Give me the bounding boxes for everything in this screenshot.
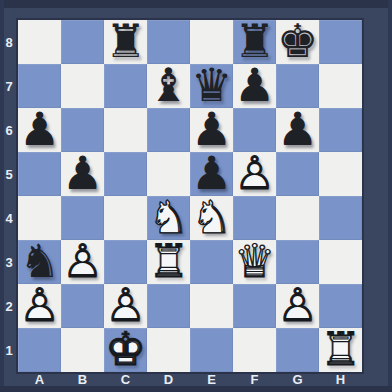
white-queen[interactable]: ♛♕ <box>233 240 276 284</box>
square-b8[interactable] <box>61 20 104 64</box>
white-king[interactable]: ♚♔ <box>104 328 147 372</box>
square-h4[interactable] <box>319 196 362 240</box>
square-f7[interactable]: ♟ <box>233 64 276 108</box>
white-rook[interactable]: ♜♖ <box>147 240 190 284</box>
white-rook[interactable]: ♜♖ <box>319 328 362 372</box>
square-f1[interactable] <box>233 328 276 372</box>
square-h7[interactable] <box>319 64 362 108</box>
square-b7[interactable] <box>61 64 104 108</box>
file-label-e: E <box>190 372 233 387</box>
file-label-g: G <box>276 372 319 387</box>
file-label-c: C <box>104 372 147 387</box>
square-d3[interactable]: ♜♖ <box>147 240 190 284</box>
file-label-d: D <box>147 372 190 387</box>
square-a1[interactable] <box>18 328 61 372</box>
white-pawn[interactable]: ♟♙ <box>104 284 147 328</box>
square-e4[interactable]: ♞♘ <box>190 196 233 240</box>
rank-label-3: 3 <box>0 240 18 284</box>
square-b6[interactable] <box>61 108 104 152</box>
square-f3[interactable]: ♛♕ <box>233 240 276 284</box>
file-label-a: A <box>18 372 61 387</box>
rank-label-2: 2 <box>0 284 18 328</box>
square-g4[interactable] <box>276 196 319 240</box>
square-d6[interactable] <box>147 108 190 152</box>
white-pawn[interactable]: ♟♙ <box>61 240 104 284</box>
chess-app-window: ♜♜♚♝♛♟♟♟♟♟♟♟♙♞♘♞♘♞♟♙♜♖♛♕♟♙♟♙♟♙♚♔♜♖ 87654… <box>0 0 392 392</box>
frame-bottom-edge <box>0 386 392 392</box>
rank-label-8: 8 <box>0 20 18 64</box>
square-c6[interactable] <box>104 108 147 152</box>
square-g8[interactable]: ♚ <box>276 20 319 64</box>
square-b3[interactable]: ♟♙ <box>61 240 104 284</box>
square-b2[interactable] <box>61 284 104 328</box>
square-h1[interactable]: ♜♖ <box>319 328 362 372</box>
square-d1[interactable] <box>147 328 190 372</box>
square-b5[interactable]: ♟ <box>61 152 104 196</box>
square-b4[interactable] <box>61 196 104 240</box>
square-h2[interactable] <box>319 284 362 328</box>
rank-label-4: 4 <box>0 196 18 240</box>
black-pawn[interactable]: ♟ <box>61 152 104 196</box>
square-c4[interactable] <box>104 196 147 240</box>
square-d5[interactable] <box>147 152 190 196</box>
black-pawn[interactable]: ♟ <box>18 108 61 152</box>
square-g7[interactable] <box>276 64 319 108</box>
square-f2[interactable] <box>233 284 276 328</box>
square-g3[interactable] <box>276 240 319 284</box>
square-a6[interactable]: ♟ <box>18 108 61 152</box>
square-d2[interactable] <box>147 284 190 328</box>
black-pawn[interactable]: ♟ <box>276 108 319 152</box>
black-rook[interactable]: ♜ <box>233 20 276 64</box>
square-e8[interactable] <box>190 20 233 64</box>
square-c3[interactable] <box>104 240 147 284</box>
square-f4[interactable] <box>233 196 276 240</box>
square-a8[interactable] <box>18 20 61 64</box>
file-labels: ABCDEFGH <box>18 372 362 386</box>
square-g6[interactable]: ♟ <box>276 108 319 152</box>
chess-board[interactable]: ♜♜♚♝♛♟♟♟♟♟♟♟♙♞♘♞♘♞♟♙♜♖♛♕♟♙♟♙♟♙♚♔♜♖ <box>18 20 362 372</box>
square-e1[interactable] <box>190 328 233 372</box>
square-d8[interactable] <box>147 20 190 64</box>
file-label-h: H <box>319 372 362 387</box>
white-pawn[interactable]: ♟♙ <box>233 152 276 196</box>
black-pawn[interactable]: ♟ <box>233 64 276 108</box>
white-knight[interactable]: ♞♘ <box>147 196 190 240</box>
black-king[interactable]: ♚ <box>276 20 319 64</box>
square-b1[interactable] <box>61 328 104 372</box>
black-queen[interactable]: ♛ <box>190 64 233 108</box>
rank-label-5: 5 <box>0 152 18 196</box>
square-c2[interactable]: ♟♙ <box>104 284 147 328</box>
white-knight[interactable]: ♞♘ <box>190 196 233 240</box>
white-pawn[interactable]: ♟♙ <box>18 284 61 328</box>
square-d4[interactable]: ♞♘ <box>147 196 190 240</box>
square-a4[interactable] <box>18 196 61 240</box>
black-rook[interactable]: ♜ <box>104 20 147 64</box>
file-label-b: B <box>61 372 104 387</box>
square-a5[interactable] <box>18 152 61 196</box>
square-c8[interactable]: ♜ <box>104 20 147 64</box>
square-e2[interactable] <box>190 284 233 328</box>
rank-labels: 87654321 <box>0 20 18 372</box>
square-f8[interactable]: ♜ <box>233 20 276 64</box>
square-e6[interactable]: ♟ <box>190 108 233 152</box>
square-g1[interactable] <box>276 328 319 372</box>
square-g2[interactable]: ♟♙ <box>276 284 319 328</box>
square-e5[interactable]: ♟ <box>190 152 233 196</box>
square-a2[interactable]: ♟♙ <box>18 284 61 328</box>
rank-label-7: 7 <box>0 64 18 108</box>
black-knight[interactable]: ♞ <box>18 240 61 284</box>
square-a7[interactable] <box>18 64 61 108</box>
square-c1[interactable]: ♚♔ <box>104 328 147 372</box>
white-pawn[interactable]: ♟♙ <box>276 284 319 328</box>
black-bishop[interactable]: ♝ <box>147 64 190 108</box>
square-c5[interactable] <box>104 152 147 196</box>
rank-label-1: 1 <box>0 328 18 372</box>
black-pawn[interactable]: ♟ <box>190 152 233 196</box>
square-d7[interactable]: ♝ <box>147 64 190 108</box>
square-f5[interactable]: ♟♙ <box>233 152 276 196</box>
square-a3[interactable]: ♞ <box>18 240 61 284</box>
black-pawn[interactable]: ♟ <box>190 108 233 152</box>
square-c7[interactable] <box>104 64 147 108</box>
square-h3[interactable] <box>319 240 362 284</box>
frame-top-edge <box>0 0 392 8</box>
file-label-f: F <box>233 372 276 387</box>
square-h8[interactable] <box>319 20 362 64</box>
square-g5[interactable] <box>276 152 319 196</box>
rank-label-6: 6 <box>0 108 18 152</box>
frame-right-edge <box>388 0 392 392</box>
square-f6[interactable] <box>233 108 276 152</box>
square-h5[interactable] <box>319 152 362 196</box>
square-e3[interactable] <box>190 240 233 284</box>
square-e7[interactable]: ♛ <box>190 64 233 108</box>
square-h6[interactable] <box>319 108 362 152</box>
